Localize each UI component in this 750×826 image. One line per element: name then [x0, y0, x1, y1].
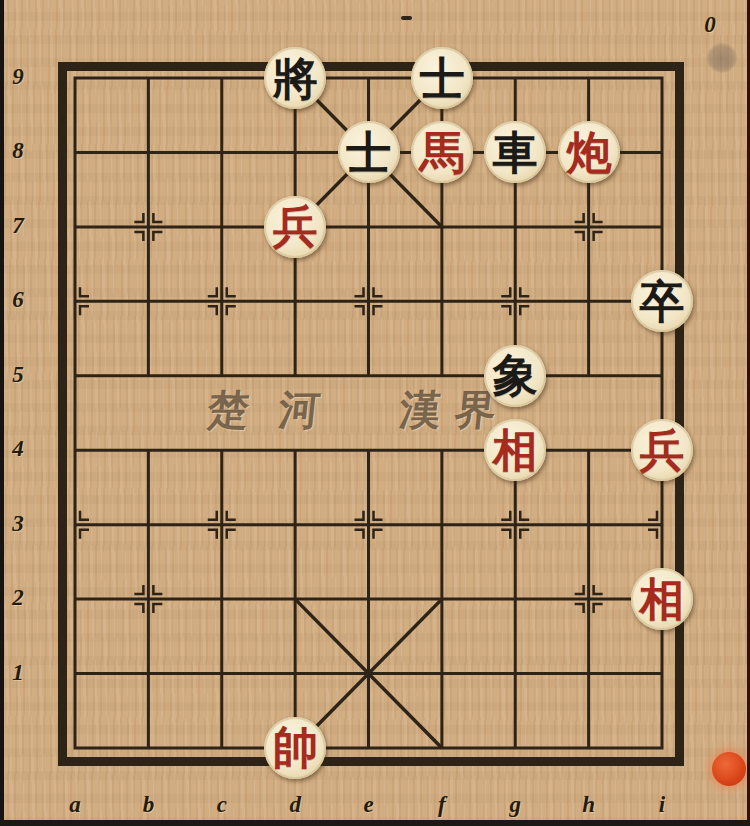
piece-red-soldier-i4[interactable]: 兵 [631, 419, 693, 481]
piece-red-horse-f8[interactable]: 馬 [411, 121, 473, 183]
file-label-e: e [357, 792, 381, 818]
rank-label-1: 1 [6, 660, 30, 686]
piece-red-elephant-i2[interactable]: 相 [631, 568, 693, 630]
river-text-left: 楚河 [205, 384, 352, 436]
screen-edge-bottom [0, 820, 750, 826]
rank-label-8: 8 [6, 138, 30, 164]
piece-red-cannon-h8[interactable]: 炮 [558, 121, 620, 183]
rank-label-6: 6 [6, 287, 30, 313]
piece-red-elephant-g4[interactable]: 相 [484, 419, 546, 481]
piece-red-soldier-d7[interactable]: 兵 [264, 196, 326, 258]
screen-edge-left [0, 0, 4, 826]
file-label-i: i [650, 792, 674, 818]
rank-label-3: 3 [6, 511, 30, 537]
top-center-mark [401, 16, 412, 20]
file-label-h: h [577, 792, 601, 818]
rank-zero-label: 0 [698, 12, 722, 38]
file-label-f: f [430, 792, 454, 818]
piece-black-elephant-g5[interactable]: 象 [484, 345, 546, 407]
rank-label-5: 5 [6, 362, 30, 388]
xiangqi-board-background: 楚河 漢界 987654321abcdefghi 0 將士士馬車炮兵卒象相兵相帥 [0, 0, 750, 826]
rank-label-9: 9 [6, 64, 30, 90]
file-label-d: d [283, 792, 307, 818]
rank-label-7: 7 [6, 213, 30, 239]
piece-black-chariot-g8[interactable]: 車 [484, 121, 546, 183]
red-turn-indicator [712, 752, 746, 786]
file-label-b: b [136, 792, 160, 818]
piece-black-soldier-i6[interactable]: 卒 [631, 270, 693, 332]
piece-black-advisor-f9[interactable]: 士 [411, 47, 473, 109]
rank-label-4: 4 [6, 436, 30, 462]
file-label-c: c [210, 792, 234, 818]
rank-label-2: 2 [6, 585, 30, 611]
piece-black-general-d9[interactable]: 將 [264, 47, 326, 109]
piece-red-general-d0[interactable]: 帥 [264, 717, 326, 779]
piece-black-advisor-e8[interactable]: 士 [338, 121, 400, 183]
file-label-a: a [63, 792, 87, 818]
file-label-g: g [503, 792, 527, 818]
black-turn-indicator [707, 43, 737, 73]
